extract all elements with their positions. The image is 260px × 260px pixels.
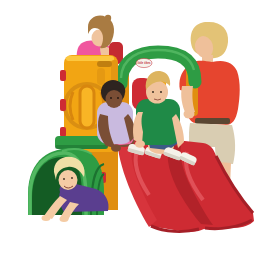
slide-girl-face <box>106 90 123 108</box>
toddler-eye-1 <box>63 178 65 180</box>
slide-girl-eye-1 <box>110 97 112 99</box>
toddler-face <box>59 170 78 190</box>
slide-boy-eye-1 <box>152 91 154 93</box>
woman-belt <box>195 118 230 124</box>
toddler-hand-2 <box>60 216 69 222</box>
toddler-eye-2 <box>71 177 73 179</box>
green-step-shade <box>55 145 108 149</box>
climb-grip-3 <box>60 127 66 137</box>
slide-boy-hand <box>135 140 145 148</box>
playset-scene-svg: little tikes <box>0 0 260 260</box>
tower-handle-slot <box>97 61 112 67</box>
climb-grip-1 <box>60 70 66 81</box>
upper-slot <box>97 68 105 85</box>
product-photo: little tikes <box>0 0 260 260</box>
slide-boy-eye-2 <box>160 91 162 93</box>
tower-panel-top-highlight <box>66 56 114 61</box>
slide-girl-hand <box>111 144 121 152</box>
climb-grip-2 <box>60 99 66 111</box>
toddler-hand-1 <box>42 215 51 221</box>
porthole-center-bar <box>80 86 94 128</box>
brand-logo-text: little tikes <box>137 61 151 65</box>
woman-hand <box>184 110 195 119</box>
slide-girl-eye-2 <box>117 97 119 99</box>
